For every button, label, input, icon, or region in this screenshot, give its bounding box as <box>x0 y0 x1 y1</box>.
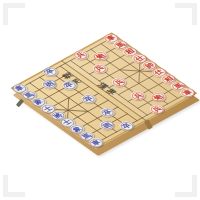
crop-mark-top-right <box>175 3 197 25</box>
piece-red-c: 炮 <box>90 50 111 63</box>
crop-mark-bottom-right <box>175 175 197 197</box>
crop-mark-top-left <box>3 3 25 25</box>
piece-blue-p: 卒 <box>78 93 99 106</box>
piece-red-p: 兵 <box>128 89 149 102</box>
piece-blue-p: 卒 <box>59 79 80 92</box>
piece-blue-p: 卒 <box>40 65 61 78</box>
piece-red-p: 兵 <box>70 49 91 62</box>
crop-mark-bottom-left <box>3 175 25 197</box>
xiangqi-board: 楚河 漢界 車馬象士將士象馬車砲砲卒卒卒卒卒兵兵兵兵兵炮炮車馬相仕帥仕相馬車 <box>10 32 198 149</box>
product-photo-canvas: 楚河 漢界 車馬象士將士象馬車砲砲卒卒卒卒卒兵兵兵兵兵炮炮車馬相仕帥仕相馬車 <box>0 0 200 200</box>
piece-red-p: 兵 <box>90 62 111 75</box>
piece-blue-p: 卒 <box>97 106 118 119</box>
piece-red-p: 兵 <box>109 76 130 89</box>
board-intersections: 車馬象士將士象馬車砲砲卒卒卒卒卒兵兵兵兵兵炮炮車馬相仕帥仕相馬車 <box>10 32 198 149</box>
piece-blue-c: 砲 <box>39 78 60 91</box>
piece-blue-c: 砲 <box>97 119 118 132</box>
piece-red-c: 炮 <box>148 91 169 104</box>
